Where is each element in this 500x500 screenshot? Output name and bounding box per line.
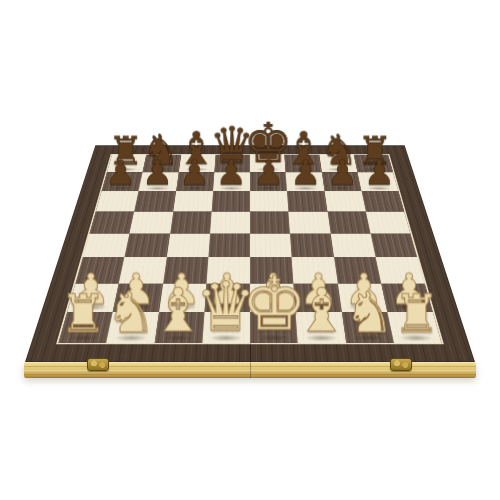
square-c5[interactable] <box>170 211 212 233</box>
folding-box-edge <box>24 362 476 378</box>
square-h7[interactable]: ♟ <box>357 172 398 191</box>
piece-white-rook-a1[interactable]: ♜ <box>59 289 106 341</box>
square-c4[interactable] <box>166 234 210 258</box>
square-e5[interactable] <box>250 211 290 233</box>
square-g5[interactable] <box>327 211 370 233</box>
piece-black-pawn-g7[interactable]: ♟ <box>327 155 358 190</box>
square-e4[interactable] <box>250 234 292 258</box>
fold-seam-front <box>250 362 251 378</box>
piece-black-pawn-b7[interactable]: ♟ <box>142 155 173 190</box>
square-f1[interactable]: ♝ <box>296 312 346 343</box>
square-g1[interactable]: ♞ <box>341 312 393 343</box>
square-f4[interactable] <box>290 234 334 258</box>
square-h5[interactable] <box>366 211 411 233</box>
square-b7[interactable]: ♟ <box>139 172 179 191</box>
chess-board: ♜♞♝♛♚♝♞♜♟♟♟♟♟♟♟♟♟♟♟♟♟♟♟♟♜♞♝♛♚♝♞♜ <box>25 145 475 362</box>
piece-black-pawn-d7[interactable]: ♟ <box>216 155 247 190</box>
piece-white-knight-g1[interactable]: ♞ <box>344 285 394 341</box>
square-h6[interactable] <box>361 191 404 211</box>
square-d6[interactable] <box>211 191 250 211</box>
square-d5[interactable] <box>210 211 250 233</box>
square-g6[interactable] <box>324 191 365 211</box>
square-f5[interactable] <box>289 211 331 233</box>
square-h1[interactable]: ♜ <box>387 312 442 343</box>
square-f7[interactable]: ♟ <box>286 172 324 191</box>
square-e1[interactable]: ♚ <box>250 312 298 343</box>
board-scene: ♜♞♝♛♚♝♞♜♟♟♟♟♟♟♟♟♟♟♟♟♟♟♟♟♜♞♝♛♚♝♞♜ <box>0 0 500 500</box>
square-a7[interactable]: ♟ <box>102 172 143 191</box>
piece-black-pawn-e7[interactable]: ♟ <box>253 155 284 190</box>
square-f6[interactable] <box>287 191 327 211</box>
board-grid: ♜♞♝♛♚♝♞♜♟♟♟♟♟♟♟♟♟♟♟♟♟♟♟♟♜♞♝♛♚♝♞♜ <box>56 154 444 344</box>
square-b6[interactable] <box>134 191 175 211</box>
square-c6[interactable] <box>173 191 213 211</box>
square-b5[interactable] <box>130 211 173 233</box>
square-b4[interactable] <box>125 234 170 258</box>
brass-clasp-left-icon <box>87 358 109 371</box>
piece-black-pawn-a7[interactable]: ♟ <box>105 155 136 190</box>
square-e7[interactable]: ♟ <box>250 172 287 191</box>
piece-black-pawn-f7[interactable]: ♟ <box>290 155 321 190</box>
square-g7[interactable]: ♟ <box>322 172 362 191</box>
piece-black-pawn-c7[interactable]: ♟ <box>179 155 210 190</box>
square-g4[interactable] <box>330 234 375 258</box>
square-d7[interactable]: ♟ <box>213 172 250 191</box>
fold-seam <box>250 344 251 362</box>
piece-black-pawn-h7[interactable]: ♟ <box>364 155 395 190</box>
piece-white-bishop-f1[interactable]: ♝ <box>295 281 349 341</box>
square-e6[interactable] <box>250 191 289 211</box>
square-a6[interactable] <box>96 191 139 211</box>
square-c7[interactable]: ♟ <box>176 172 214 191</box>
square-a4[interactable] <box>83 234 130 258</box>
square-h4[interactable] <box>370 234 417 258</box>
square-a5[interactable] <box>90 211 135 233</box>
piece-white-knight-b1[interactable]: ♞ <box>105 285 155 341</box>
piece-white-rook-h1[interactable]: ♜ <box>394 289 441 341</box>
brass-clasp-right-icon <box>390 358 412 371</box>
photo-background: ♜♞♝♛♚♝♞♜♟♟♟♟♟♟♟♟♟♟♟♟♟♟♟♟♜♞♝♛♚♝♞♜ <box>0 0 500 500</box>
square-d4[interactable] <box>208 234 250 258</box>
